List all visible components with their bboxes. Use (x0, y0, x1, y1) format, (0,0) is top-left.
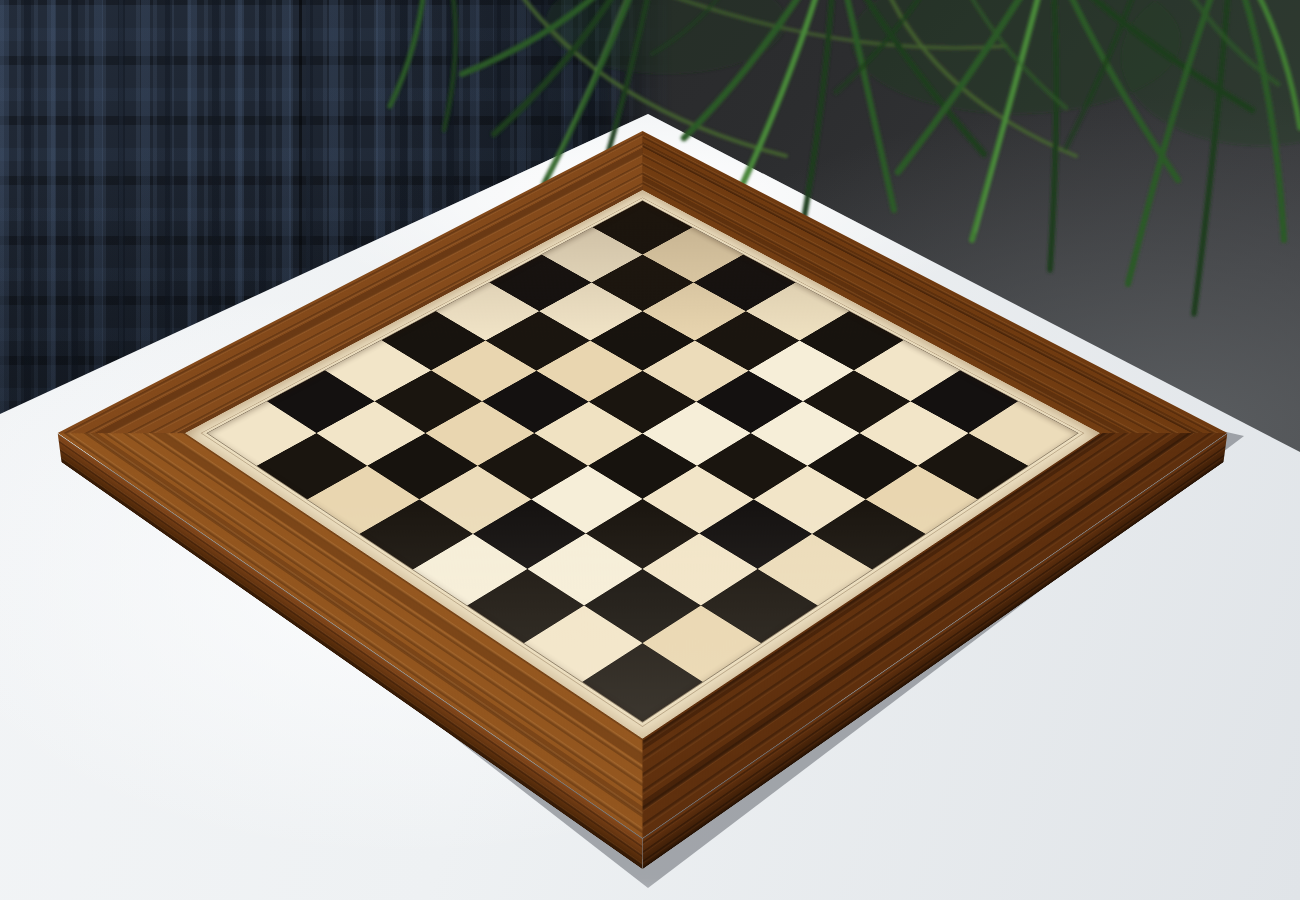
scene (0, 0, 1300, 900)
palm-leaf (390, 0, 424, 106)
palm-leaf (444, 0, 456, 130)
